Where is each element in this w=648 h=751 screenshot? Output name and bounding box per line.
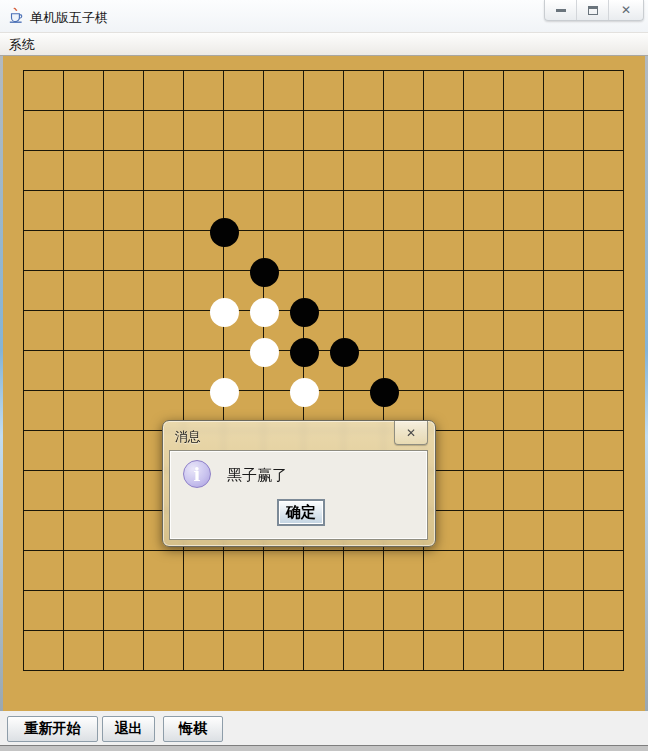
stone-black [210, 218, 239, 247]
window-bottom-border [0, 745, 648, 751]
exit-button[interactable]: 退出 [102, 716, 155, 742]
stone-white [290, 378, 319, 407]
stone-white [210, 298, 239, 327]
info-icon-glyph: i [194, 464, 201, 485]
close-icon: ✕ [621, 3, 631, 17]
board-grid [23, 70, 624, 671]
stone-black [370, 378, 399, 407]
message-dialog: 消息 ✕ i 黑子赢了 确定 [162, 420, 436, 547]
stone-black [290, 338, 319, 367]
dialog-content: i 黑子赢了 确定 [169, 450, 428, 540]
maximize-icon [588, 6, 598, 15]
restart-button[interactable]: 重新开始 [7, 716, 98, 742]
close-button[interactable]: ✕ [609, 0, 643, 20]
stone-black [330, 338, 359, 367]
stone-white [210, 378, 239, 407]
stone-black [250, 258, 279, 287]
minimize-button[interactable] [545, 0, 577, 20]
menu-bar: 系统 [0, 32, 648, 56]
stone-white [250, 338, 279, 367]
maximize-button[interactable] [577, 0, 609, 20]
minimize-icon [556, 9, 566, 12]
window-controls: ✕ [544, 0, 644, 21]
java-coffee-cup-icon [7, 7, 25, 25]
control-panel: 重新开始 退出 悔棋 [0, 711, 648, 745]
undo-button[interactable]: 悔棋 [163, 716, 223, 742]
menu-item-system[interactable]: 系统 [0, 33, 44, 55]
dialog-close-button[interactable]: ✕ [394, 421, 428, 445]
dialog-close-icon: ✕ [406, 426, 416, 440]
stone-black [290, 298, 319, 327]
app-window: 单机版五子棋 ✕ 系统 重新开始 退出 悔棋 消息 ✕ i 黑子赢了 确定 [0, 0, 648, 751]
dialog-title: 消息 [175, 428, 201, 446]
window-titlebar: 单机版五子棋 ✕ [0, 0, 648, 32]
window-title: 单机版五子棋 [30, 9, 108, 27]
info-icon: i [183, 460, 211, 488]
dialog-message: 黑子赢了 [227, 466, 287, 485]
ok-button[interactable]: 确定 [277, 499, 325, 526]
gomoku-board[interactable] [3, 56, 645, 711]
stone-white [250, 298, 279, 327]
